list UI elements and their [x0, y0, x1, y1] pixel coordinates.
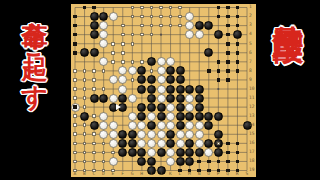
black-territory-marker — [83, 6, 87, 10]
white-territory-marker — [159, 6, 163, 10]
black-stone — [185, 139, 194, 148]
white-stone — [157, 75, 166, 84]
white-stone — [109, 94, 118, 103]
black-territory-marker — [236, 60, 240, 64]
white-stone — [166, 157, 175, 166]
row-label: 10 — [249, 87, 255, 92]
black-territory-marker — [236, 15, 240, 19]
white-territory-marker — [83, 160, 87, 164]
black-stone — [195, 103, 204, 112]
black-stone — [185, 148, 194, 157]
black-stone — [166, 94, 175, 103]
column-label: P — [217, 172, 220, 177]
column-label: L — [179, 172, 182, 177]
white-stone — [166, 121, 175, 130]
black-territory-marker — [73, 51, 77, 55]
black-stone — [185, 112, 194, 121]
white-territory-marker — [102, 151, 106, 155]
white-territory-marker — [73, 142, 77, 146]
black-stone — [214, 130, 223, 139]
white-stone — [195, 121, 204, 130]
black-territory-marker — [226, 60, 230, 64]
white-territory-marker — [111, 60, 115, 64]
row-label: 11 — [249, 96, 255, 101]
black-territory-marker — [236, 142, 240, 146]
black-stone — [176, 112, 185, 121]
column-label: J — [159, 172, 162, 177]
white-stone — [166, 148, 175, 157]
black-stone — [80, 112, 89, 121]
black-territory-marker — [73, 15, 77, 19]
white-territory-marker — [131, 78, 135, 82]
white-territory-marker — [83, 151, 87, 155]
column-label: Q — [226, 172, 229, 177]
white-stone — [185, 94, 194, 103]
white-territory-marker — [217, 142, 221, 146]
black-stone — [176, 103, 185, 112]
black-territory-marker — [217, 78, 221, 82]
black-stone — [214, 148, 223, 157]
black-stone — [128, 148, 137, 157]
black-stone — [147, 103, 156, 112]
column-label: D — [102, 172, 105, 177]
white-stone — [99, 121, 108, 130]
white-territory-marker — [92, 69, 96, 73]
white-territory-marker — [131, 15, 135, 19]
black-stone — [90, 12, 99, 21]
black-stone — [166, 85, 175, 94]
black-stone — [147, 85, 156, 94]
right-caption-text: 仲邑菫三段 — [273, 1, 304, 11]
white-stone — [109, 12, 118, 21]
white-territory-marker — [140, 6, 144, 10]
white-territory-marker — [169, 6, 173, 10]
black-stone — [147, 157, 156, 166]
row-label: 6 — [249, 51, 252, 56]
white-stone — [157, 85, 166, 94]
white-stone — [195, 30, 204, 39]
black-stone — [147, 121, 156, 130]
white-stone — [185, 130, 194, 139]
white-stone — [157, 130, 166, 139]
column-label: B — [83, 172, 86, 177]
white-territory-marker — [178, 6, 182, 10]
black-stone — [128, 130, 137, 139]
black-stone — [204, 121, 213, 130]
white-stone — [195, 130, 204, 139]
white-territory-marker — [83, 78, 87, 82]
column-label: G — [131, 172, 134, 177]
row-label: 2 — [249, 14, 252, 19]
white-territory-marker — [169, 24, 173, 28]
black-stone — [157, 103, 166, 112]
black-stone — [195, 112, 204, 121]
black-stone — [176, 66, 185, 75]
column-label: C — [93, 172, 96, 177]
black-stone — [90, 121, 99, 130]
black-territory-marker — [226, 51, 230, 55]
white-territory-marker — [102, 69, 106, 73]
black-stone — [90, 21, 99, 30]
white-territory-marker — [121, 51, 125, 55]
row-label: 1 — [249, 5, 252, 10]
black-stone — [128, 139, 137, 148]
black-territory-marker — [236, 160, 240, 164]
thumbnail-stage: 革命を起こす ABCDEFGHIJKLMNOPQRS12345678910111… — [0, 0, 320, 180]
white-territory-marker — [92, 151, 96, 155]
black-stone — [137, 103, 146, 112]
white-territory-marker — [92, 132, 96, 136]
white-stone — [109, 130, 118, 139]
white-stone — [109, 121, 118, 130]
white-territory-marker — [83, 105, 87, 109]
black-territory-marker — [217, 15, 221, 19]
white-territory-marker — [131, 42, 135, 46]
white-territory-marker — [102, 160, 106, 164]
black-territory-marker — [73, 105, 77, 109]
white-territory-marker — [92, 78, 96, 82]
black-territory-marker — [236, 6, 240, 10]
black-territory-marker — [226, 69, 230, 73]
white-stone — [166, 112, 175, 121]
white-stone — [109, 157, 118, 166]
white-stone — [128, 121, 137, 130]
white-territory-marker — [73, 151, 77, 155]
black-stone — [195, 21, 204, 30]
white-territory-marker — [159, 15, 163, 19]
white-territory-marker — [169, 15, 173, 19]
black-stone — [195, 94, 204, 103]
white-territory-marker — [159, 24, 163, 28]
white-territory-marker — [83, 132, 87, 136]
black-territory-marker — [207, 160, 211, 164]
white-territory-marker — [102, 87, 106, 91]
right-caption-banner: 仲邑菫三段 — [256, 0, 320, 180]
black-stone — [166, 130, 175, 139]
black-stone — [176, 121, 185, 130]
white-stone — [128, 112, 137, 121]
black-territory-marker — [236, 69, 240, 73]
black-stone — [204, 112, 213, 121]
white-territory-marker — [73, 87, 77, 91]
white-stone — [157, 94, 166, 103]
black-stone — [166, 139, 175, 148]
row-label: 19 — [249, 168, 255, 173]
row-label: 13 — [249, 114, 255, 119]
black-stone — [137, 85, 146, 94]
row-label: 4 — [249, 32, 252, 37]
white-stone — [157, 121, 166, 130]
row-label: 17 — [249, 150, 255, 155]
white-territory-marker — [131, 60, 135, 64]
white-territory-marker — [73, 123, 77, 127]
white-territory-marker — [121, 60, 125, 64]
row-label: 8 — [249, 69, 252, 74]
column-label: M — [188, 172, 191, 177]
white-stone — [99, 130, 108, 139]
white-territory-marker — [131, 6, 135, 10]
black-territory-marker — [226, 142, 230, 146]
white-territory-marker — [83, 142, 87, 146]
white-territory-marker — [111, 51, 115, 55]
black-territory-marker — [73, 33, 77, 37]
black-stone — [185, 85, 194, 94]
white-territory-marker — [150, 24, 154, 28]
black-stone — [90, 30, 99, 39]
white-territory-marker — [73, 78, 77, 82]
row-label: 3 — [249, 23, 252, 28]
go-board: ABCDEFGHIJKLMNOPQRS123456789101112131415… — [71, 4, 256, 177]
white-stone — [99, 112, 108, 121]
white-territory-marker — [178, 15, 182, 19]
white-territory-marker — [121, 33, 125, 37]
black-territory-marker — [92, 6, 96, 10]
white-territory-marker — [73, 96, 77, 100]
left-caption-text: 革命を起こす — [22, 2, 48, 97]
black-stone — [214, 30, 223, 39]
white-territory-marker — [73, 114, 77, 118]
black-territory-marker — [197, 160, 201, 164]
white-stone — [109, 139, 118, 148]
black-stone — [214, 112, 223, 121]
white-stone — [176, 139, 185, 148]
black-territory-marker — [73, 24, 77, 28]
black-stone — [176, 148, 185, 157]
white-stone — [147, 148, 156, 157]
column-label: S — [245, 172, 248, 177]
black-territory-marker — [226, 15, 230, 19]
white-territory-marker — [73, 132, 77, 136]
white-territory-marker — [111, 151, 115, 155]
white-territory-marker — [178, 24, 182, 28]
white-stone — [157, 139, 166, 148]
column-label: H — [140, 172, 143, 177]
white-stone — [185, 121, 194, 130]
white-stone — [157, 57, 166, 66]
white-stone — [166, 103, 175, 112]
black-territory-marker — [217, 60, 221, 64]
white-territory-marker — [92, 142, 96, 146]
white-stone — [176, 130, 185, 139]
white-stone — [118, 85, 127, 94]
white-territory-marker — [92, 114, 96, 118]
column-label: I — [150, 172, 153, 177]
white-territory-marker — [92, 160, 96, 164]
white-territory-marker — [83, 96, 87, 100]
row-label: 5 — [249, 42, 252, 47]
white-territory-marker — [92, 87, 96, 91]
row-label: 7 — [249, 60, 252, 65]
black-stone — [176, 94, 185, 103]
column-label: A — [73, 172, 76, 177]
black-territory-marker — [217, 6, 221, 10]
black-territory-marker — [226, 160, 230, 164]
white-territory-marker — [140, 24, 144, 28]
black-territory-marker — [217, 160, 221, 164]
black-territory-marker — [226, 24, 230, 28]
white-territory-marker — [121, 24, 125, 28]
white-stone — [147, 112, 156, 121]
white-territory-marker — [102, 142, 106, 146]
column-label: O — [207, 172, 210, 177]
row-label: 16 — [249, 141, 255, 146]
black-stone — [176, 157, 185, 166]
white-territory-marker — [150, 15, 154, 19]
black-stone — [157, 112, 166, 121]
column-label: K — [169, 172, 172, 177]
black-territory-marker — [226, 6, 230, 10]
black-stone — [147, 94, 156, 103]
black-stone — [118, 130, 127, 139]
black-stone — [195, 148, 204, 157]
white-territory-marker — [140, 60, 144, 64]
white-territory-marker — [150, 69, 154, 73]
black-territory-marker — [226, 33, 230, 37]
white-stone — [185, 103, 194, 112]
black-territory-marker — [73, 42, 77, 46]
white-territory-marker — [83, 123, 87, 127]
black-territory-marker — [217, 69, 221, 73]
white-territory-marker — [140, 15, 144, 19]
black-stone — [176, 85, 185, 94]
column-label: R — [236, 172, 239, 177]
white-territory-marker — [150, 6, 154, 10]
column-label: F — [121, 172, 124, 177]
black-territory-marker — [226, 78, 230, 82]
white-territory-marker — [131, 33, 135, 37]
black-stone — [90, 94, 99, 103]
white-stone — [195, 139, 204, 148]
black-stone — [90, 48, 99, 57]
white-stone — [157, 66, 166, 75]
white-territory-marker — [140, 33, 144, 37]
white-territory-marker — [150, 33, 154, 37]
black-stone — [195, 85, 204, 94]
white-stone — [128, 94, 137, 103]
black-territory-marker — [236, 151, 240, 155]
last-move-arrow-icon — [116, 104, 121, 110]
row-label: 18 — [249, 159, 255, 164]
white-territory-marker — [121, 42, 125, 46]
black-territory-marker — [236, 42, 240, 46]
row-label: 14 — [249, 123, 255, 128]
black-territory-marker — [236, 51, 240, 55]
white-territory-marker — [83, 87, 87, 91]
black-territory-marker — [207, 69, 211, 73]
column-label: N — [198, 172, 201, 177]
black-stone — [99, 94, 108, 103]
left-caption-banner: 革命を起こす — [0, 0, 70, 180]
white-territory-marker — [83, 69, 87, 73]
black-stone — [157, 148, 166, 157]
row-label: 15 — [249, 132, 255, 137]
row-label: 9 — [249, 78, 252, 83]
row-label: 12 — [249, 105, 255, 110]
white-territory-marker — [111, 42, 115, 46]
column-label: E — [112, 172, 115, 177]
white-stone — [147, 139, 156, 148]
white-territory-marker — [73, 69, 77, 73]
white-territory-marker — [73, 160, 77, 164]
black-territory-marker — [226, 151, 230, 155]
black-territory-marker — [226, 42, 230, 46]
black-stone — [118, 94, 127, 103]
black-territory-marker — [236, 24, 240, 28]
white-stone — [147, 130, 156, 139]
